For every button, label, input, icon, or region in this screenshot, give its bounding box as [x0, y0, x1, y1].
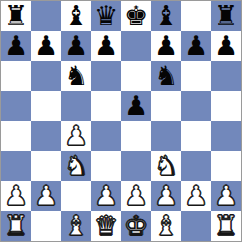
square-g6[interactable]	[181, 61, 211, 91]
piece-black-pawn[interactable]: ♟	[64, 31, 88, 61]
square-a1[interactable]: ♜	[1, 211, 31, 241]
square-b2[interactable]: ♟	[31, 181, 61, 211]
square-b3[interactable]	[31, 151, 61, 181]
piece-white-pawn[interactable]: ♟	[184, 181, 208, 211]
square-g5[interactable]	[181, 91, 211, 121]
chess-board-frame: ♜♝♛♚♝♜♟♟♟♟♟♟♟♞♞♟♟♞♞♟♟♟♟♟♟♟♜♝♛♚♝♜	[0, 0, 242, 242]
square-c2[interactable]	[61, 181, 91, 211]
square-b1[interactable]	[31, 211, 61, 241]
piece-black-pawn[interactable]: ♟	[154, 31, 178, 61]
piece-black-pawn[interactable]: ♟	[214, 31, 238, 61]
square-d5[interactable]	[91, 91, 121, 121]
square-f5[interactable]	[151, 91, 181, 121]
square-g7[interactable]: ♟	[181, 31, 211, 61]
piece-white-pawn[interactable]: ♟	[214, 181, 238, 211]
piece-white-pawn[interactable]: ♟	[34, 181, 58, 211]
piece-black-pawn[interactable]: ♟	[94, 31, 118, 61]
piece-white-pawn[interactable]: ♟	[4, 181, 28, 211]
piece-black-queen[interactable]: ♛	[94, 1, 118, 31]
piece-white-knight[interactable]: ♞	[154, 151, 178, 181]
square-f6[interactable]: ♞	[151, 61, 181, 91]
square-b4[interactable]	[31, 121, 61, 151]
piece-white-pawn[interactable]: ♟	[124, 181, 148, 211]
square-c7[interactable]: ♟	[61, 31, 91, 61]
piece-black-king[interactable]: ♚	[124, 1, 148, 31]
square-h4[interactable]	[211, 121, 241, 151]
chess-board: ♜♝♛♚♝♜♟♟♟♟♟♟♟♞♞♟♟♞♞♟♟♟♟♟♟♟♜♝♛♚♝♜	[1, 1, 241, 241]
piece-white-pawn[interactable]: ♟	[64, 121, 88, 151]
square-c5[interactable]	[61, 91, 91, 121]
piece-white-bishop[interactable]: ♝	[64, 211, 88, 241]
piece-white-bishop[interactable]: ♝	[154, 211, 178, 241]
square-c8[interactable]: ♝	[61, 1, 91, 31]
square-c4[interactable]: ♟	[61, 121, 91, 151]
piece-white-rook[interactable]: ♜	[214, 211, 238, 241]
square-e5[interactable]: ♟	[121, 91, 151, 121]
piece-black-rook[interactable]: ♜	[4, 1, 28, 31]
square-f1[interactable]: ♝	[151, 211, 181, 241]
square-f2[interactable]: ♟	[151, 181, 181, 211]
piece-black-pawn[interactable]: ♟	[124, 91, 148, 121]
square-c1[interactable]: ♝	[61, 211, 91, 241]
piece-white-pawn[interactable]: ♟	[94, 181, 118, 211]
piece-black-knight[interactable]: ♞	[64, 61, 88, 91]
square-d3[interactable]	[91, 151, 121, 181]
piece-white-queen[interactable]: ♛	[94, 211, 118, 241]
square-d8[interactable]: ♛	[91, 1, 121, 31]
square-h5[interactable]	[211, 91, 241, 121]
square-h2[interactable]: ♟	[211, 181, 241, 211]
square-g8[interactable]	[181, 1, 211, 31]
square-a6[interactable]	[1, 61, 31, 91]
square-h3[interactable]	[211, 151, 241, 181]
piece-white-rook[interactable]: ♜	[4, 211, 28, 241]
square-f8[interactable]: ♝	[151, 1, 181, 31]
square-e8[interactable]: ♚	[121, 1, 151, 31]
square-e1[interactable]: ♚	[121, 211, 151, 241]
piece-white-pawn[interactable]: ♟	[154, 181, 178, 211]
square-a4[interactable]	[1, 121, 31, 151]
square-h7[interactable]: ♟	[211, 31, 241, 61]
square-f7[interactable]: ♟	[151, 31, 181, 61]
square-d4[interactable]	[91, 121, 121, 151]
square-g1[interactable]	[181, 211, 211, 241]
square-d1[interactable]: ♛	[91, 211, 121, 241]
square-b6[interactable]	[31, 61, 61, 91]
piece-black-bishop[interactable]: ♝	[154, 1, 178, 31]
square-a7[interactable]: ♟	[1, 31, 31, 61]
square-b7[interactable]: ♟	[31, 31, 61, 61]
piece-black-pawn[interactable]: ♟	[184, 31, 208, 61]
piece-black-pawn[interactable]: ♟	[4, 31, 28, 61]
square-f3[interactable]: ♞	[151, 151, 181, 181]
square-g4[interactable]	[181, 121, 211, 151]
piece-black-bishop[interactable]: ♝	[64, 1, 88, 31]
piece-black-rook[interactable]: ♜	[214, 1, 238, 31]
square-h8[interactable]: ♜	[211, 1, 241, 31]
square-c6[interactable]: ♞	[61, 61, 91, 91]
square-a2[interactable]: ♟	[1, 181, 31, 211]
square-b5[interactable]	[31, 91, 61, 121]
square-e3[interactable]	[121, 151, 151, 181]
square-a5[interactable]	[1, 91, 31, 121]
square-h6[interactable]	[211, 61, 241, 91]
piece-black-knight[interactable]: ♞	[154, 61, 178, 91]
square-e2[interactable]: ♟	[121, 181, 151, 211]
piece-white-king[interactable]: ♚	[124, 211, 148, 241]
square-f4[interactable]	[151, 121, 181, 151]
square-g3[interactable]	[181, 151, 211, 181]
square-g2[interactable]: ♟	[181, 181, 211, 211]
square-h1[interactable]: ♜	[211, 211, 241, 241]
square-c3[interactable]: ♞	[61, 151, 91, 181]
piece-black-pawn[interactable]: ♟	[34, 31, 58, 61]
square-a3[interactable]	[1, 151, 31, 181]
square-e4[interactable]	[121, 121, 151, 151]
square-a8[interactable]: ♜	[1, 1, 31, 31]
square-d7[interactable]: ♟	[91, 31, 121, 61]
square-d6[interactable]	[91, 61, 121, 91]
square-e7[interactable]	[121, 31, 151, 61]
square-e6[interactable]	[121, 61, 151, 91]
square-b8[interactable]	[31, 1, 61, 31]
square-d2[interactable]: ♟	[91, 181, 121, 211]
piece-white-knight[interactable]: ♞	[64, 151, 88, 181]
